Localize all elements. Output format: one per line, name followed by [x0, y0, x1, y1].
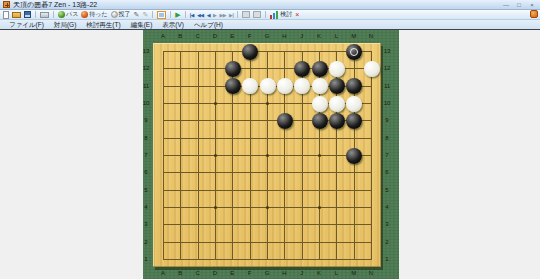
stone-white-K10	[312, 96, 328, 112]
white-stone-icon	[111, 11, 118, 18]
column-label-bottom: F	[245, 270, 255, 277]
board-panel: AABBCCDDEEFFGGHHJJKKLLMMNN13131212111110…	[143, 30, 399, 279]
menu-replay[interactable]: 検討再生(T)	[81, 20, 125, 29]
star-point	[214, 102, 217, 105]
row-label-left: 4	[141, 204, 151, 211]
analysis-button[interactable]: 検討	[269, 10, 293, 19]
row-label-right: 9	[382, 117, 392, 124]
play-button[interactable]: ▶	[174, 10, 181, 19]
row-label-left: 9	[141, 117, 151, 124]
maximize-button[interactable]: □	[514, 1, 524, 9]
row-label-right: 8	[382, 135, 392, 142]
undo-button[interactable]: 待った	[80, 10, 108, 19]
column-label-top: L	[331, 33, 341, 40]
star-point	[266, 206, 269, 209]
close-board-button[interactable]: ×	[294, 10, 300, 19]
stone-black-J12	[294, 61, 310, 77]
forward-10-icon: ▶▶	[219, 11, 226, 19]
red-stone-icon	[81, 11, 88, 18]
new-file-button[interactable]	[2, 10, 10, 19]
row-label-left: 8	[141, 135, 151, 142]
row-label-left: 2	[141, 239, 151, 246]
print-icon	[40, 12, 49, 18]
column-label-top: C	[193, 33, 203, 40]
open-folder-icon	[12, 12, 21, 18]
menu-edit[interactable]: 編集(E)	[126, 20, 158, 29]
brush-button[interactable]: ✎	[141, 10, 149, 19]
toolbar-separator	[53, 11, 54, 18]
star-point	[318, 154, 321, 157]
new-file-icon	[3, 11, 9, 19]
stone-white-N12	[364, 61, 380, 77]
stone-black-E11	[225, 78, 241, 94]
stone-white-M10	[346, 96, 362, 112]
row-label-right: 3	[382, 221, 392, 228]
toolbar-separator	[152, 11, 153, 18]
stone-black-M13	[346, 44, 362, 60]
column-label-bottom: N	[366, 270, 376, 277]
row-label-right: 11	[382, 83, 392, 90]
menu-view[interactable]: 表示(V)	[157, 20, 189, 29]
first-move-icon: |◀	[190, 11, 194, 19]
row-label-left: 13	[141, 48, 151, 55]
row-label-left: 11	[141, 83, 151, 90]
back-1-icon: ◀	[207, 11, 210, 19]
row-label-right: 7	[382, 152, 392, 159]
row-label-left: 12	[141, 65, 151, 72]
app-icon	[3, 1, 10, 8]
star-point	[214, 206, 217, 209]
row-label-left: 5	[141, 187, 151, 194]
column-label-top: J	[297, 33, 307, 40]
nav-forward-button[interactable]: ▶	[212, 10, 217, 19]
menu-help[interactable]: ヘルプ(H)	[189, 20, 228, 29]
column-label-top: G	[262, 33, 272, 40]
pass-button[interactable]: パス	[57, 10, 79, 19]
row-label-left: 3	[141, 221, 151, 228]
nav-forward10-button[interactable]: ▶▶	[218, 10, 227, 19]
toolbar-separator	[185, 11, 186, 18]
analysis-button-label: 検討	[280, 10, 292, 19]
row-label-right: 10	[382, 100, 392, 107]
stone-black-M11	[346, 78, 362, 94]
zoom-tool-button[interactable]	[241, 10, 251, 19]
column-label-top: M	[349, 33, 359, 40]
go-board[interactable]	[153, 43, 381, 267]
toolbar-separator	[265, 11, 266, 18]
close-red-icon: ×	[295, 11, 299, 19]
column-label-bottom: K	[314, 270, 324, 277]
zoom-tool-icon	[242, 11, 250, 18]
row-label-right: 12	[382, 65, 392, 72]
row-label-left: 7	[141, 152, 151, 159]
column-label-top: A	[158, 33, 168, 40]
row-label-right: 5	[382, 187, 392, 194]
menu-file[interactable]: ファイル(F)	[4, 20, 49, 29]
forward-1-icon: ▶	[213, 11, 216, 19]
row-label-left: 10	[141, 100, 151, 107]
brush-icon: ✎	[142, 11, 148, 19]
column-label-bottom: M	[349, 270, 359, 277]
stone-black-H9	[277, 113, 293, 129]
grid-line	[163, 172, 372, 173]
resign-button-label: 投了	[119, 10, 131, 19]
stone-black-K9	[312, 113, 328, 129]
edit-pencil-button[interactable]: ✎	[133, 10, 141, 19]
grid-line	[371, 51, 372, 260]
nav-last-button[interactable]: ▶|	[228, 10, 234, 19]
stone-black-K12	[312, 61, 328, 77]
client-area: AABBCCDDEEFFGGHHJJKKLLMMNN13131212111110…	[0, 30, 540, 279]
last-move-marker	[350, 48, 358, 56]
grid-line	[163, 190, 372, 191]
board-panel-icon	[157, 11, 166, 19]
row-label-left: 1	[141, 256, 151, 263]
green-stone-icon	[58, 11, 65, 18]
column-label-top: N	[366, 33, 376, 40]
pencil-icon: ✎	[134, 11, 140, 19]
column-label-bottom: C	[193, 270, 203, 277]
nav-back-button[interactable]: ◀	[206, 10, 211, 19]
row-label-right: 2	[382, 239, 392, 246]
star-point	[266, 102, 269, 105]
menu-game[interactable]: 対局(G)	[49, 20, 81, 29]
screen-tool-button[interactable]	[252, 10, 262, 19]
column-label-top: E	[227, 33, 237, 40]
stone-white-G11	[260, 78, 276, 94]
stone-white-F11	[242, 78, 258, 94]
last-move-icon: ▶|	[229, 11, 233, 19]
toolbar: パス待った投了✎✎▶|◀◀◀◀▶▶▶▶|検討×	[0, 10, 540, 20]
stone-white-J11	[294, 78, 310, 94]
save-icon	[24, 11, 31, 18]
row-label-left: 6	[141, 169, 151, 176]
toolbar-separator	[35, 11, 36, 18]
stone-tray-button[interactable]	[530, 10, 538, 18]
grid-line	[163, 242, 372, 243]
stone-black-L9	[329, 113, 345, 129]
star-point	[214, 154, 217, 157]
undo-button-label: 待った	[89, 10, 107, 19]
toolbar-separator	[170, 11, 171, 18]
column-label-bottom: E	[227, 270, 237, 277]
minimize-button[interactable]: —	[501, 1, 511, 9]
open-button[interactable]	[11, 10, 22, 19]
pass-button-label: パス	[66, 10, 78, 19]
grid-line	[163, 224, 372, 225]
title-bar: 天頂の囲碁7 Zen - 13路-22 — □ ×	[0, 0, 540, 10]
row-label-right: 13	[382, 48, 392, 55]
column-label-top: B	[175, 33, 185, 40]
column-label-bottom: H	[279, 270, 289, 277]
print-button[interactable]	[39, 10, 50, 19]
column-label-top: H	[279, 33, 289, 40]
column-label-bottom: A	[158, 270, 168, 277]
column-label-bottom: G	[262, 270, 272, 277]
back-10-icon: ◀◀	[197, 11, 204, 19]
stone-white-L12	[329, 61, 345, 77]
stone-white-K11	[312, 78, 328, 94]
column-label-bottom: L	[331, 270, 341, 277]
column-label-top: F	[245, 33, 255, 40]
nav-first-button[interactable]: |◀	[189, 10, 195, 19]
analysis-chart-icon	[270, 11, 279, 19]
save-button[interactable]	[23, 10, 32, 19]
app-window: 天頂の囲碁7 Zen - 13路-22 — □ × パス待った投了✎✎▶|◀◀◀…	[0, 0, 540, 279]
close-button[interactable]: ×	[527, 1, 537, 9]
stone-black-M9	[346, 113, 362, 129]
board-view-button[interactable]	[156, 10, 167, 19]
stone-black-L11	[329, 78, 345, 94]
play-icon: ▶	[175, 11, 180, 19]
screen-tool-icon	[253, 11, 261, 18]
column-label-top: K	[314, 33, 324, 40]
stone-black-M7	[346, 148, 362, 164]
column-label-bottom: B	[175, 270, 185, 277]
resign-button[interactable]: 投了	[110, 10, 132, 19]
stone-black-F13	[242, 44, 258, 60]
window-title: 天頂の囲碁7 Zen - 13路-22	[13, 0, 498, 9]
row-label-right: 1	[382, 256, 392, 263]
star-point	[266, 154, 269, 157]
stone-white-H11	[277, 78, 293, 94]
stone-white-L10	[329, 96, 345, 112]
stone-black-E12	[225, 61, 241, 77]
grid-line	[163, 259, 372, 260]
toolbar-separator	[237, 11, 238, 18]
star-point	[318, 206, 321, 209]
column-label-bottom: J	[297, 270, 307, 277]
column-label-bottom: D	[210, 270, 220, 277]
row-label-right: 6	[382, 169, 392, 176]
row-label-right: 4	[382, 204, 392, 211]
menu-bar: ファイル(F)対局(G)検討再生(T)編集(E)表示(V)ヘルプ(H)	[0, 20, 540, 30]
column-label-top: D	[210, 33, 220, 40]
nav-back10-button[interactable]: ◀◀	[196, 10, 205, 19]
